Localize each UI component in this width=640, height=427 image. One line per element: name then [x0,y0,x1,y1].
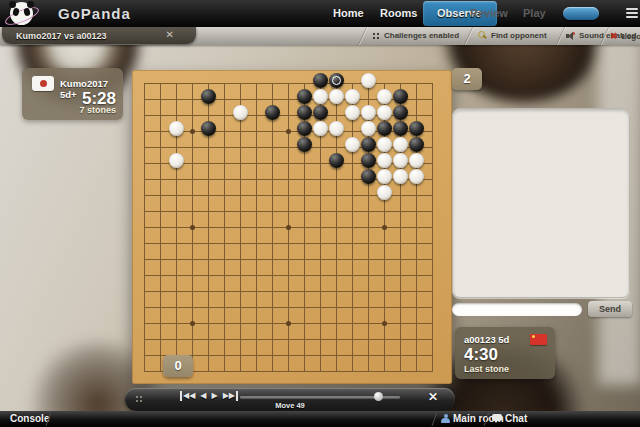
hoshi-point [382,225,387,230]
white-stone [393,153,408,168]
black-stone [393,121,408,136]
close-tab-icon[interactable]: ✕ [166,29,174,40]
hoshi-point [286,321,291,326]
white-stone [393,169,408,184]
white-stone [169,121,184,136]
go-board[interactable] [132,70,452,384]
black-stone [361,137,376,152]
white-stone [233,105,248,120]
game-tab-label: Kumo2017 vs a00123 [16,31,107,41]
white-stone [329,89,344,104]
black-stone [409,137,424,152]
black-stone [313,105,328,120]
person-icon [441,414,450,424]
white-stone [345,105,360,120]
white-stone [169,153,184,168]
white-stone [393,137,408,152]
hoshi-point [286,225,291,230]
menu-icon[interactable] [626,8,638,19]
white-stone [361,73,376,88]
top-bar: GoPanda Home Rooms Observe Review Play [0,0,640,27]
last-move-marker [332,76,341,85]
black-stone [329,153,344,168]
nav-review[interactable]: Review [470,7,508,19]
send-button[interactable]: Send [588,301,632,317]
red-x-icon: ✖ [610,31,618,41]
black-stone [201,89,216,104]
black-stone [393,105,408,120]
black-stone [409,121,424,136]
console-button[interactable]: Console [10,413,49,424]
white-stone [377,153,392,168]
capture-count-badge-top: 2 [452,68,482,90]
white-stone [313,89,328,104]
china-flag-icon [530,334,547,345]
white-stone [377,169,392,184]
status-bar: Console Main room Chat [0,411,640,427]
player-name: a00123 5d [464,334,509,345]
hoshi-point [286,129,291,134]
panda-logo-icon [10,2,33,25]
chat-bubble-icon [492,414,502,423]
chat-input[interactable] [452,303,582,316]
white-stone [377,185,392,200]
byoyomi-status: Last stone [464,364,509,374]
black-stone [297,105,312,120]
chat-button[interactable]: Chat [492,413,527,424]
player-panel-white: Kumo2017 5d+ 5:28 7 stones [22,68,123,120]
chat-message-area[interactable] [452,108,630,298]
white-stone [313,121,328,136]
white-stone [361,105,376,120]
byoyomi-status: 7 stones [79,105,116,115]
white-stone [409,153,424,168]
player-clock: 4:30 [464,345,498,365]
black-stone [265,105,280,120]
black-stone [361,153,376,168]
challenges-toggle[interactable]: Challenges enabled [372,31,459,40]
nav-rooms[interactable]: Rooms [380,7,417,19]
move-slider[interactable] [240,396,400,398]
step-back-button[interactable]: ◀ [200,391,206,401]
magnifier-icon [478,31,487,40]
hoshi-point [190,225,195,230]
japan-flag-icon [32,76,54,91]
black-stone [393,89,408,104]
logout-button[interactable]: ✖ Logout [610,31,640,41]
white-stone [361,121,376,136]
slider-knob[interactable] [374,392,383,401]
hoshi-point [382,321,387,326]
move-number-label: Move 49 [125,401,455,410]
game-tab[interactable]: Kumo2017 vs a00123 ✕ [2,27,196,44]
skip-to-start-button[interactable]: ◀◀ [180,391,195,401]
hoshi-point [190,129,195,134]
find-opponent-button[interactable]: Find opponent [478,31,547,40]
capture-count-badge-bottom: 0 [163,355,193,377]
playback-bar: ◀◀ ◀ ▶ ▶▶ ✕ Move 49 [125,388,455,411]
black-stone [297,89,312,104]
hoshi-point [190,321,195,326]
nav-home[interactable]: Home [333,7,364,19]
white-stone [345,89,360,104]
black-stone [329,73,344,88]
white-stone [345,137,360,152]
connection-indicator[interactable] [563,7,599,20]
black-stone [297,137,312,152]
gopanda-window: GoPanda Home Rooms Observe Review Play C… [0,0,640,427]
step-forward-button[interactable]: ▶ [211,391,217,401]
board-lines [144,83,433,372]
black-stone [201,121,216,136]
white-stone [377,89,392,104]
black-stone [313,73,328,88]
skip-to-end-button[interactable]: ▶▶ [223,391,238,401]
speaker-icon [566,32,575,40]
black-stone [361,169,376,184]
app-title: GoPanda [58,5,131,22]
player-panel-black: a00123 5d 4:30 Last stone [455,327,555,379]
black-stone [377,121,392,136]
black-stone [297,121,312,136]
nav-play[interactable]: Play [523,7,546,19]
white-stone [377,137,392,152]
dots-grid-icon [372,32,380,40]
white-stone [409,169,424,184]
white-stone [329,121,344,136]
white-stone [377,105,392,120]
